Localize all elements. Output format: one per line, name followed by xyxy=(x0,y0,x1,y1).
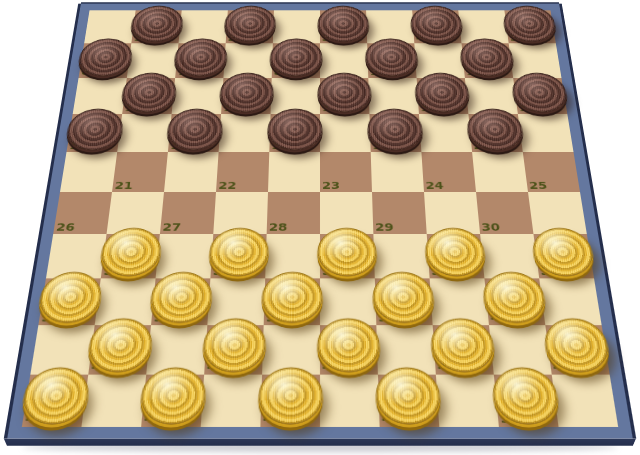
light-man-piece[interactable] xyxy=(202,318,267,372)
light-man-piece[interactable] xyxy=(98,228,163,276)
square-19[interactable]: 19 xyxy=(369,114,421,152)
square-49[interactable]: 49 xyxy=(378,375,439,427)
square-38[interactable]: 38 xyxy=(264,278,320,325)
square-43[interactable]: 43 xyxy=(320,325,378,374)
square-number: 30 xyxy=(481,221,501,233)
square-41[interactable]: 41 xyxy=(88,325,151,374)
square-4[interactable]: 4 xyxy=(412,10,461,43)
dark-man-piece[interactable] xyxy=(318,6,370,42)
light-man-piece[interactable] xyxy=(372,272,435,323)
light-man-piece[interactable] xyxy=(375,367,442,424)
dark-man-piece[interactable] xyxy=(269,38,322,76)
square-17[interactable]: 17 xyxy=(168,114,221,152)
square-number: 27 xyxy=(162,221,182,233)
square-6[interactable]: 6 xyxy=(79,43,132,78)
square-20[interactable]: 20 xyxy=(468,114,522,152)
square-39[interactable]: 39 xyxy=(375,278,433,325)
light-square xyxy=(371,152,424,192)
light-square xyxy=(436,375,499,427)
light-square xyxy=(117,114,171,152)
square-22[interactable]: 22 xyxy=(216,152,269,192)
square-3[interactable]: 3 xyxy=(320,10,367,43)
square-45[interactable]: 45 xyxy=(545,325,609,374)
square-2[interactable]: 2 xyxy=(226,10,274,43)
light-man-piece[interactable] xyxy=(36,272,104,323)
square-32[interactable]: 32 xyxy=(210,234,266,278)
dark-man-piece[interactable] xyxy=(367,109,424,150)
light-man-piece[interactable] xyxy=(86,318,155,372)
square-number: 22 xyxy=(218,179,237,191)
square-7[interactable]: 7 xyxy=(175,43,226,78)
square-40[interactable]: 40 xyxy=(484,278,545,325)
square-15[interactable]: 15 xyxy=(513,78,567,114)
square-35[interactable]: 35 xyxy=(533,234,594,278)
square-number: 23 xyxy=(322,179,340,191)
light-square xyxy=(219,114,271,152)
dark-man-piece[interactable] xyxy=(166,109,224,150)
light-man-piece[interactable] xyxy=(208,228,269,276)
square-14[interactable]: 14 xyxy=(417,78,469,114)
light-man-piece[interactable] xyxy=(317,228,377,276)
dark-man-piece[interactable] xyxy=(219,73,274,112)
light-square xyxy=(472,152,528,192)
square-16[interactable]: 16 xyxy=(66,114,122,152)
square-21[interactable]: 21 xyxy=(112,152,168,192)
light-man-piece[interactable] xyxy=(138,367,207,424)
draughts-board: 1234567891011121314151617181920212223242… xyxy=(7,4,632,439)
dark-man-piece[interactable] xyxy=(318,73,372,112)
square-9[interactable]: 9 xyxy=(367,43,416,78)
square-50[interactable]: 50 xyxy=(494,375,559,427)
square-42[interactable]: 42 xyxy=(204,325,264,374)
square-27[interactable]: 27 xyxy=(160,192,216,234)
square-25[interactable]: 25 xyxy=(523,152,580,192)
light-man-piece[interactable] xyxy=(258,367,323,424)
light-square xyxy=(164,152,219,192)
light-square xyxy=(320,375,380,427)
square-33[interactable]: 33 xyxy=(320,234,375,278)
light-square xyxy=(268,152,320,192)
dark-man-piece[interactable] xyxy=(267,109,323,150)
dark-man-piece[interactable] xyxy=(77,38,135,76)
light-square xyxy=(201,375,262,427)
square-29[interactable]: 29 xyxy=(372,192,427,234)
square-number: 29 xyxy=(375,221,394,233)
light-square xyxy=(60,152,117,192)
light-square xyxy=(518,114,574,152)
square-31[interactable]: 31 xyxy=(101,234,160,278)
square-12[interactable]: 12 xyxy=(221,78,272,114)
board-scene: 1234567891011121314151617181920212223242… xyxy=(0,0,640,455)
square-44[interactable]: 44 xyxy=(433,325,494,374)
square-34[interactable]: 34 xyxy=(427,234,485,278)
light-man-piece[interactable] xyxy=(19,367,92,424)
dark-man-piece[interactable] xyxy=(120,73,178,112)
square-13[interactable]: 13 xyxy=(320,78,369,114)
square-47[interactable]: 47 xyxy=(141,375,204,427)
square-36[interactable]: 36 xyxy=(38,278,100,325)
dark-man-piece[interactable] xyxy=(173,38,228,76)
square-8[interactable]: 8 xyxy=(272,43,320,78)
square-28[interactable]: 28 xyxy=(267,192,320,234)
light-square xyxy=(419,114,472,152)
square-37[interactable]: 37 xyxy=(151,278,210,325)
light-square xyxy=(552,375,618,427)
light-man-piece[interactable] xyxy=(317,318,380,372)
square-number: 25 xyxy=(528,179,548,191)
square-24[interactable]: 24 xyxy=(421,152,476,192)
light-man-piece[interactable] xyxy=(261,272,323,323)
square-30[interactable]: 30 xyxy=(476,192,533,234)
square-10[interactable]: 10 xyxy=(462,43,514,78)
square-number: 26 xyxy=(55,221,75,233)
square-11[interactable]: 11 xyxy=(122,78,175,114)
dark-man-piece[interactable] xyxy=(129,6,184,42)
square-5[interactable]: 5 xyxy=(504,10,555,43)
dark-man-piece[interactable] xyxy=(365,38,419,76)
square-number: 21 xyxy=(114,179,133,191)
square-1[interactable]: 1 xyxy=(131,10,181,43)
dark-man-piece[interactable] xyxy=(224,6,277,42)
square-number: 24 xyxy=(425,179,444,191)
square-23[interactable]: 23 xyxy=(320,152,372,192)
dark-man-piece[interactable] xyxy=(64,109,125,150)
square-number: 28 xyxy=(269,221,288,233)
board-side-face xyxy=(4,438,636,445)
light-man-piece[interactable] xyxy=(149,272,214,323)
light-square xyxy=(81,375,146,427)
square-46[interactable]: 46 xyxy=(22,375,88,427)
light-square xyxy=(320,114,371,152)
square-26[interactable]: 26 xyxy=(53,192,112,234)
board-face: 1234567891011121314151617181920212223242… xyxy=(7,4,632,439)
square-48[interactable]: 48 xyxy=(260,375,320,427)
square-18[interactable]: 18 xyxy=(269,114,320,152)
